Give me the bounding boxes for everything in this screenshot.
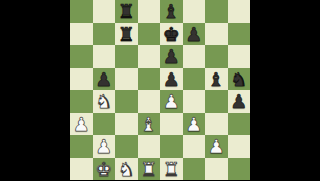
square-b2[interactable]: ♟: [93, 135, 116, 158]
piece-black-pawn[interactable]: ♟: [185, 23, 202, 45]
square-a1[interactable]: [70, 158, 93, 181]
square-b1[interactable]: ♚: [93, 158, 116, 181]
square-c1[interactable]: ♞: [115, 158, 138, 181]
piece-black-bishop[interactable]: ♝: [208, 68, 225, 90]
letterbox-right: [250, 0, 320, 180]
square-e1[interactable]: ♜: [160, 158, 183, 181]
square-f2[interactable]: [183, 135, 206, 158]
square-g7[interactable]: [205, 23, 228, 46]
square-b6[interactable]: [93, 45, 116, 68]
square-g6[interactable]: [205, 45, 228, 68]
piece-black-pawn[interactable]: ♟: [95, 68, 112, 90]
piece-white-rook[interactable]: ♜: [140, 158, 157, 180]
piece-white-pawn[interactable]: ♟: [163, 90, 180, 112]
square-e4[interactable]: ♟: [160, 90, 183, 113]
square-h6[interactable]: [228, 45, 251, 68]
square-a6[interactable]: [70, 45, 93, 68]
piece-black-pawn[interactable]: ♟: [163, 68, 180, 90]
square-h3[interactable]: [228, 113, 251, 136]
piece-white-pawn[interactable]: ♟: [73, 113, 90, 135]
piece-white-pawn[interactable]: ♟: [185, 113, 202, 135]
square-e8[interactable]: ♝: [160, 0, 183, 23]
square-f3[interactable]: ♟: [183, 113, 206, 136]
piece-black-rook[interactable]: ♜: [118, 0, 135, 22]
piece-black-rook[interactable]: ♜: [118, 23, 135, 45]
square-b8[interactable]: [93, 0, 116, 23]
square-h4[interactable]: ♟: [228, 90, 251, 113]
square-d5[interactable]: [138, 68, 161, 91]
square-f1[interactable]: [183, 158, 206, 181]
piece-white-pawn[interactable]: ♟: [95, 135, 112, 157]
square-d8[interactable]: [138, 0, 161, 23]
square-c5[interactable]: [115, 68, 138, 91]
square-d7[interactable]: [138, 23, 161, 46]
piece-white-rook[interactable]: ♜: [163, 158, 180, 180]
square-e6[interactable]: ♟: [160, 45, 183, 68]
square-g4[interactable]: [205, 90, 228, 113]
square-a5[interactable]: [70, 68, 93, 91]
square-f8[interactable]: [183, 0, 206, 23]
square-f7[interactable]: ♟: [183, 23, 206, 46]
square-c8[interactable]: ♜: [115, 0, 138, 23]
square-d6[interactable]: [138, 45, 161, 68]
square-f6[interactable]: [183, 45, 206, 68]
square-b4[interactable]: ♞: [93, 90, 116, 113]
square-d2[interactable]: [138, 135, 161, 158]
square-g3[interactable]: [205, 113, 228, 136]
square-e2[interactable]: [160, 135, 183, 158]
square-a7[interactable]: [70, 23, 93, 46]
square-d3[interactable]: ♝: [138, 113, 161, 136]
square-h5[interactable]: ♞: [228, 68, 251, 91]
piece-white-knight[interactable]: ♞: [118, 158, 135, 180]
square-d1[interactable]: ♜: [138, 158, 161, 181]
piece-white-king[interactable]: ♚: [95, 158, 112, 180]
square-h8[interactable]: [228, 0, 251, 23]
square-d4[interactable]: [138, 90, 161, 113]
piece-white-pawn[interactable]: ♟: [208, 135, 225, 157]
square-a8[interactable]: [70, 0, 93, 23]
square-a3[interactable]: ♟: [70, 113, 93, 136]
screenshot-canvas: ♜♝♜♚♟♟♟♟♝♞♞♟♟♟♝♟♟♟♚♞♜♜: [0, 0, 320, 180]
piece-black-pawn[interactable]: ♟: [230, 90, 247, 112]
square-c2[interactable]: [115, 135, 138, 158]
piece-black-pawn[interactable]: ♟: [163, 45, 180, 67]
square-b7[interactable]: [93, 23, 116, 46]
square-h2[interactable]: [228, 135, 251, 158]
letterbox-left: [0, 0, 70, 180]
square-c7[interactable]: ♜: [115, 23, 138, 46]
piece-white-bishop[interactable]: ♝: [140, 113, 157, 135]
square-a4[interactable]: [70, 90, 93, 113]
square-h7[interactable]: [228, 23, 251, 46]
square-a2[interactable]: [70, 135, 93, 158]
chess-board[interactable]: ♜♝♜♚♟♟♟♟♝♞♞♟♟♟♝♟♟♟♚♞♜♜: [70, 0, 250, 180]
square-f5[interactable]: [183, 68, 206, 91]
square-e3[interactable]: [160, 113, 183, 136]
square-g2[interactable]: ♟: [205, 135, 228, 158]
square-b3[interactable]: [93, 113, 116, 136]
square-g8[interactable]: [205, 0, 228, 23]
square-c3[interactable]: [115, 113, 138, 136]
square-f4[interactable]: [183, 90, 206, 113]
square-b5[interactable]: ♟: [93, 68, 116, 91]
square-e5[interactable]: ♟: [160, 68, 183, 91]
piece-black-king[interactable]: ♚: [163, 23, 180, 45]
square-c6[interactable]: [115, 45, 138, 68]
square-e7[interactable]: ♚: [160, 23, 183, 46]
square-g1[interactable]: [205, 158, 228, 181]
square-g5[interactable]: ♝: [205, 68, 228, 91]
piece-white-knight[interactable]: ♞: [95, 90, 112, 112]
piece-black-bishop[interactable]: ♝: [163, 0, 180, 22]
piece-black-knight[interactable]: ♞: [230, 68, 247, 90]
square-h1[interactable]: [228, 158, 251, 181]
square-c4[interactable]: [115, 90, 138, 113]
